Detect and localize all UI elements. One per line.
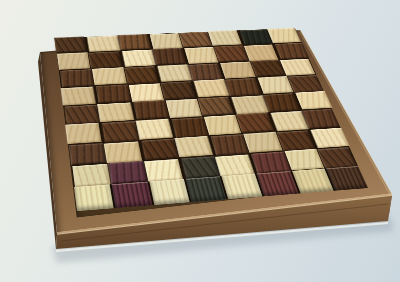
front-face-a1	[74, 184, 114, 211]
square-e7[interactable]	[184, 47, 218, 64]
square-c8[interactable]	[117, 34, 150, 50]
square-b4[interactable]	[98, 102, 134, 122]
square-d8[interactable]	[149, 33, 182, 49]
square-d3[interactable]	[171, 117, 208, 137]
square-g7[interactable]	[243, 45, 277, 61]
front-face-b1	[112, 182, 152, 208]
square-e2[interactable]	[210, 134, 249, 155]
square-e8[interactable]	[179, 32, 212, 48]
square-a8[interactable]	[54, 36, 87, 52]
square-a2[interactable]	[69, 143, 107, 165]
square-d7[interactable]	[152, 48, 186, 65]
square-c3[interactable]	[135, 119, 172, 140]
square-a4[interactable]	[64, 105, 100, 125]
square-f5[interactable]	[225, 78, 261, 96]
square-h1[interactable]	[317, 147, 357, 169]
square-c5[interactable]	[128, 83, 163, 102]
square-c4[interactable]	[133, 100, 169, 119]
front-face-c1	[149, 179, 190, 205]
square-c2[interactable]	[141, 138, 179, 160]
front-face-e1	[221, 174, 262, 200]
square-h7[interactable]	[274, 43, 309, 59]
square-d4[interactable]	[166, 99, 202, 118]
square-b5[interactable]	[96, 84, 131, 103]
square-d5[interactable]	[160, 81, 196, 99]
square-f6[interactable]	[220, 61, 255, 78]
square-b3[interactable]	[102, 121, 139, 142]
square-g4[interactable]	[262, 93, 299, 112]
square-b8[interactable]	[87, 36, 120, 52]
square-b1[interactable]	[108, 161, 147, 184]
square-c6[interactable]	[124, 66, 159, 84]
square-e6[interactable]	[188, 63, 223, 80]
square-a6[interactable]	[60, 69, 94, 87]
square-d1[interactable]	[181, 156, 220, 179]
square-f3[interactable]	[236, 113, 274, 133]
square-b7[interactable]	[88, 52, 122, 69]
square-e5[interactable]	[194, 79, 230, 97]
square-e3[interactable]	[204, 115, 242, 135]
square-e4[interactable]	[197, 97, 234, 116]
square-c7[interactable]	[122, 50, 156, 67]
square-a5[interactable]	[61, 87, 96, 106]
square-a1[interactable]	[72, 164, 111, 187]
square-a3[interactable]	[65, 123, 102, 144]
front-face-d1	[185, 176, 226, 202]
square-f7[interactable]	[214, 45, 248, 61]
square-h8[interactable]	[267, 28, 301, 43]
square-d2[interactable]	[175, 136, 213, 157]
square-h6[interactable]	[280, 59, 315, 76]
square-b2[interactable]	[104, 141, 142, 163]
square-b6[interactable]	[92, 67, 126, 85]
square-f8[interactable]	[208, 30, 241, 46]
square-g2[interactable]	[276, 130, 315, 151]
square-d6[interactable]	[157, 64, 192, 82]
scene	[0, 0, 400, 282]
square-a7[interactable]	[57, 52, 90, 69]
